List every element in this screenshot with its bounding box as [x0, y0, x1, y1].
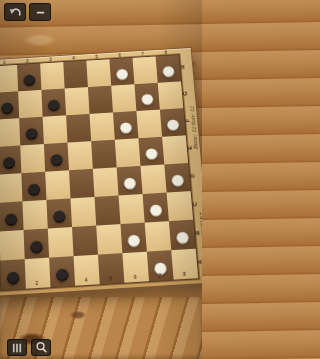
- black-piece[interactable]: ●: [28, 232, 45, 256]
- undo-arrow-icon: [9, 6, 22, 19]
- square-H6[interactable]: ●: [109, 58, 134, 86]
- square-F1[interactable]: [0, 118, 20, 147]
- white-piece[interactable]: ●: [139, 86, 156, 108]
- zoom-button[interactable]: [31, 339, 51, 356]
- square-E6[interactable]: [115, 138, 141, 167]
- minus-icon: [34, 6, 47, 19]
- black-piece[interactable]: ●: [1, 149, 17, 172]
- white-piece[interactable]: ●: [147, 196, 165, 219]
- square-C6[interactable]: [119, 194, 145, 224]
- square-C5[interactable]: [95, 195, 121, 225]
- white-piece[interactable]: ●: [121, 169, 138, 192]
- square-F3[interactable]: [43, 115, 68, 144]
- square-E5[interactable]: [91, 140, 116, 169]
- square-G5[interactable]: [88, 86, 113, 114]
- white-piece[interactable]: ●: [114, 61, 131, 83]
- magnifier-icon: [35, 341, 48, 354]
- square-B2[interactable]: ●: [24, 229, 50, 260]
- checkers-board-frame: 12345678 ●●●●●●●●●●●●●●●●●●●●●●●● 123456…: [0, 47, 202, 296]
- square-H7[interactable]: [132, 56, 157, 84]
- white-piece[interactable]: ●: [117, 114, 134, 136]
- white-piece[interactable]: ●: [125, 226, 143, 250]
- square-E1[interactable]: ●: [0, 145, 21, 174]
- square-B5[interactable]: [96, 224, 122, 255]
- square-H5[interactable]: [86, 59, 111, 87]
- black-piece[interactable]: ●: [3, 205, 20, 228]
- square-C3[interactable]: ●: [46, 198, 72, 228]
- square-B7[interactable]: [145, 221, 172, 252]
- white-piece[interactable]: ●: [143, 140, 160, 163]
- square-B6[interactable]: ●: [120, 223, 146, 254]
- square-D1[interactable]: [0, 173, 22, 203]
- square-D4[interactable]: [69, 169, 95, 199]
- square-D6[interactable]: ●: [117, 166, 143, 196]
- row-label-F: F: [172, 116, 201, 124]
- black-piece[interactable]: ●: [0, 94, 15, 116]
- square-F4[interactable]: [66, 114, 91, 143]
- square-G6[interactable]: [111, 84, 136, 112]
- square-C2[interactable]: [22, 200, 47, 230]
- square-H1[interactable]: [0, 65, 18, 93]
- undo-button[interactable]: [4, 3, 26, 21]
- square-B1[interactable]: [0, 230, 25, 261]
- square-G7[interactable]: ●: [134, 83, 159, 111]
- square-D5[interactable]: [93, 167, 119, 197]
- row-label-D: D: [177, 172, 202, 181]
- square-H2[interactable]: ●: [17, 64, 41, 92]
- row-label-A: A: [184, 258, 202, 267]
- black-piece[interactable]: ●: [51, 202, 68, 225]
- square-E3[interactable]: ●: [44, 143, 69, 172]
- black-piece[interactable]: ●: [46, 92, 62, 114]
- square-G2[interactable]: [18, 90, 43, 118]
- board-scene: 12345678 ●●●●●●●●●●●●●●●●●●●●●●●● 123456…: [0, 38, 202, 307]
- square-D2[interactable]: ●: [21, 172, 46, 202]
- square-F5[interactable]: [90, 112, 115, 141]
- menu-bars-icon: [11, 342, 23, 354]
- menu-button[interactable]: [7, 339, 27, 356]
- square-F2[interactable]: ●: [19, 117, 44, 146]
- square-H3[interactable]: [40, 62, 64, 90]
- black-piece[interactable]: ●: [26, 175, 43, 198]
- square-G4[interactable]: [65, 87, 90, 115]
- square-G3[interactable]: ●: [41, 88, 66, 116]
- square-G1[interactable]: ●: [0, 91, 19, 119]
- square-C1[interactable]: ●: [0, 201, 24, 231]
- square-C7[interactable]: ●: [143, 193, 169, 223]
- square-H4[interactable]: [63, 61, 88, 89]
- square-E4[interactable]: [68, 141, 93, 170]
- square-E7[interactable]: ●: [138, 137, 164, 166]
- row-label-C: C: [179, 200, 202, 209]
- black-piece[interactable]: ●: [48, 146, 65, 169]
- black-piece[interactable]: ●: [21, 67, 37, 89]
- row-label-G: G: [170, 90, 199, 98]
- board-grid: ●●●●●●●●●●●●●●●●●●●●●●●●: [0, 54, 199, 291]
- row-label-H: H: [168, 63, 197, 71]
- black-piece[interactable]: ●: [23, 120, 39, 142]
- row-label-B: B: [182, 229, 202, 238]
- square-B3[interactable]: [48, 227, 74, 258]
- square-F6[interactable]: ●: [113, 111, 138, 140]
- square-E2[interactable]: [20, 144, 45, 173]
- square-D3[interactable]: [45, 170, 70, 200]
- minimize-button[interactable]: [29, 3, 51, 21]
- square-C4[interactable]: [70, 197, 96, 227]
- square-B4[interactable]: [72, 226, 98, 257]
- square-D7[interactable]: [140, 164, 166, 194]
- square-F7[interactable]: [136, 110, 162, 139]
